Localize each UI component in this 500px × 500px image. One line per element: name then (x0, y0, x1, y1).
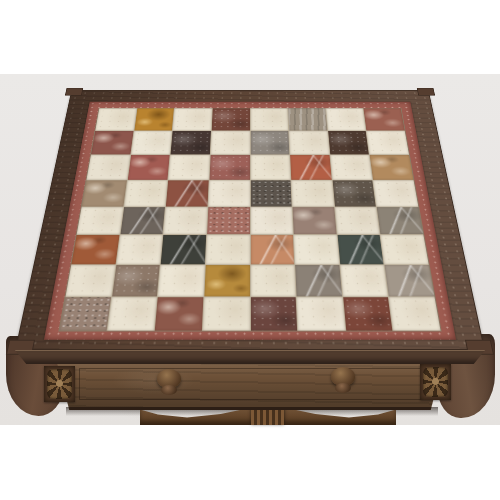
square-c1 (155, 297, 203, 330)
square-a8 (95, 108, 136, 130)
square-a4 (77, 207, 123, 235)
square-f6 (290, 155, 331, 180)
photo-background (0, 74, 500, 425)
chess-board (59, 108, 440, 330)
square-h1 (389, 297, 440, 330)
square-a5 (82, 180, 127, 206)
square-e6 (250, 155, 290, 180)
square-g4 (335, 207, 380, 235)
square-c6 (168, 155, 209, 180)
square-h3 (381, 235, 429, 264)
square-g8 (326, 108, 366, 130)
square-b1 (107, 297, 157, 330)
square-g6 (330, 155, 372, 180)
square-f4 (293, 207, 337, 235)
frame-corner-notch (417, 88, 435, 96)
square-h8 (364, 108, 405, 130)
square-d5 (208, 180, 249, 206)
square-f5 (291, 180, 333, 206)
square-e4 (250, 207, 293, 235)
square-f7 (289, 131, 329, 154)
square-b5 (124, 180, 168, 206)
square-f8 (288, 108, 327, 130)
rosette-carving (423, 367, 448, 397)
square-e5 (250, 180, 291, 206)
square-d4 (207, 207, 250, 235)
square-g3 (337, 235, 384, 264)
square-d8 (212, 108, 250, 130)
square-f1 (297, 297, 345, 330)
square-a3 (71, 235, 119, 264)
corner-block-right (420, 364, 451, 400)
square-h7 (367, 131, 409, 154)
square-b7 (131, 131, 172, 154)
square-g2 (340, 265, 388, 296)
drawer-front (57, 363, 443, 410)
square-c8 (173, 108, 212, 130)
marble-border (44, 102, 456, 340)
square-f3 (294, 235, 339, 264)
square-a6 (87, 155, 130, 180)
square-b8 (134, 108, 174, 130)
drawer-knob-left (157, 369, 181, 388)
square-d2 (204, 265, 249, 296)
tabletop-edge (12, 350, 488, 364)
square-e7 (250, 131, 289, 154)
square-g5 (332, 180, 376, 206)
square-b2 (112, 265, 160, 296)
drawer-panel-outline (79, 368, 421, 400)
square-e8 (250, 108, 288, 130)
auction-photo (0, 0, 500, 500)
square-g1 (343, 297, 393, 330)
square-h5 (373, 180, 418, 206)
frame-corner-notch (65, 88, 83, 96)
square-f2 (295, 265, 342, 296)
square-c2 (158, 265, 205, 296)
drawer-knob-right (331, 367, 355, 386)
square-g7 (328, 131, 369, 154)
square-a7 (91, 131, 133, 154)
square-d6 (209, 155, 249, 180)
square-b3 (116, 235, 163, 264)
square-b4 (120, 207, 165, 235)
square-c7 (171, 131, 211, 154)
square-c5 (166, 180, 208, 206)
square-a2 (66, 265, 115, 296)
square-c3 (161, 235, 206, 264)
corner-block-left (44, 366, 75, 402)
square-b6 (128, 155, 170, 180)
square-h4 (377, 207, 423, 235)
square-e3 (250, 235, 294, 264)
square-e2 (250, 265, 295, 296)
wood-frame (15, 90, 485, 350)
square-h2 (385, 265, 434, 296)
square-a1 (59, 297, 110, 330)
square-e1 (250, 297, 297, 330)
square-d3 (206, 235, 250, 264)
rosette-carving (47, 369, 72, 399)
square-c4 (164, 207, 208, 235)
square-h6 (370, 155, 413, 180)
square-d7 (211, 131, 250, 154)
square-d1 (203, 297, 250, 330)
